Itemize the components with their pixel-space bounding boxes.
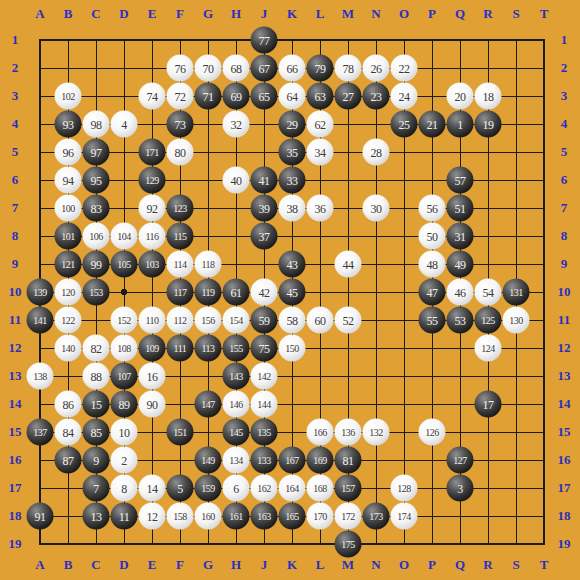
stone-white-132-N15: 132 (363, 419, 390, 446)
move-number: 113 (201, 343, 214, 353)
move-number: 109 (145, 343, 159, 353)
col-label-bottom-J: J (261, 557, 268, 573)
row-label-left-15: 15 (9, 424, 22, 440)
stone-black-37-J8: 37 (251, 223, 278, 250)
move-number: 164 (285, 483, 299, 493)
move-number: 144 (257, 399, 271, 409)
stone-white-62-L4: 62 (307, 111, 334, 138)
move-number: 112 (173, 315, 186, 325)
row-label-right-9: 9 (561, 256, 568, 272)
stone-white-86-B14: 86 (55, 391, 82, 418)
move-number: 30 (371, 202, 382, 214)
stone-black-59-J11: 59 (251, 307, 278, 334)
move-number: 93 (63, 118, 74, 130)
move-number: 2 (121, 454, 127, 466)
stone-white-100-B7: 100 (55, 195, 82, 222)
stone-black-55-P11: 55 (419, 307, 446, 334)
move-number: 22 (399, 62, 410, 74)
stone-white-44-M9: 44 (335, 251, 362, 278)
move-number: 62 (315, 118, 326, 130)
stone-black-43-K9: 43 (279, 251, 306, 278)
stone-white-174-O18: 174 (391, 503, 418, 530)
move-number: 90 (147, 398, 158, 410)
move-number: 159 (201, 483, 215, 493)
col-label-bottom-L: L (316, 557, 325, 573)
stone-black-65-J3: 65 (251, 83, 278, 110)
stone-black-119-G10: 119 (195, 279, 222, 306)
stone-black-15-C14: 15 (83, 391, 110, 418)
row-label-left-4: 4 (12, 116, 19, 132)
stone-black-93-B4: 93 (55, 111, 82, 138)
stone-white-90-E14: 90 (139, 391, 166, 418)
row-label-left-18: 18 (9, 508, 22, 524)
row-label-right-7: 7 (561, 200, 568, 216)
move-number: 145 (229, 427, 243, 437)
row-label-left-19: 19 (9, 536, 22, 552)
move-number: 4 (121, 118, 127, 130)
stone-white-158-F18: 158 (167, 503, 194, 530)
stone-white-126-P15: 126 (419, 419, 446, 446)
col-label-bottom-P: P (428, 557, 436, 573)
row-label-left-2: 2 (12, 60, 19, 76)
col-label-top-Q: Q (455, 6, 465, 22)
stone-black-73-F4: 73 (167, 111, 194, 138)
stone-white-156-G11: 156 (195, 307, 222, 334)
stone-black-111-F12: 111 (167, 335, 194, 362)
stone-white-50-P8: 50 (419, 223, 446, 250)
col-label-top-A: A (35, 6, 44, 22)
move-number: 115 (173, 231, 186, 241)
stone-black-131-S10: 131 (503, 279, 530, 306)
move-number: 63 (315, 90, 326, 102)
move-number: 92 (147, 202, 158, 214)
stone-white-6-H17: 6 (223, 475, 250, 502)
move-number: 111 (174, 343, 187, 353)
move-number: 64 (287, 90, 298, 102)
col-label-top-P: P (428, 6, 436, 22)
stone-black-145-H15: 145 (223, 419, 250, 446)
stone-white-140-B12: 140 (55, 335, 82, 362)
stone-white-108-D12: 108 (111, 335, 138, 362)
stone-black-23-N3: 23 (363, 83, 390, 110)
stone-black-13-C18: 13 (83, 503, 110, 530)
stone-black-143-H13: 143 (223, 363, 250, 390)
move-number: 53 (455, 314, 466, 326)
stone-white-142-J13: 142 (251, 363, 278, 390)
move-number: 152 (117, 315, 131, 325)
stone-black-115-F8: 115 (167, 223, 194, 250)
move-number: 7 (93, 482, 99, 494)
stone-black-17-R14: 17 (475, 391, 502, 418)
stone-black-167-K16: 167 (279, 447, 306, 474)
move-number: 76 (175, 62, 186, 74)
stone-black-155-H12: 155 (223, 335, 250, 362)
move-number: 131 (509, 287, 523, 297)
move-number: 17 (483, 398, 494, 410)
stone-white-68-H2: 68 (223, 55, 250, 82)
move-number: 24 (399, 90, 410, 102)
stone-black-149-G16: 149 (195, 447, 222, 474)
row-label-left-10: 10 (9, 284, 22, 300)
stone-black-9-C16: 9 (83, 447, 110, 474)
move-number: 5 (177, 482, 183, 494)
stone-black-77-J1: 77 (251, 27, 278, 54)
col-label-bottom-Q: Q (455, 557, 465, 573)
stone-black-121-B9: 121 (55, 251, 82, 278)
row-label-left-6: 6 (12, 172, 19, 188)
move-number: 103 (145, 259, 159, 269)
stone-black-1-Q4: 1 (447, 111, 474, 138)
move-number: 74 (147, 90, 158, 102)
move-number: 114 (173, 259, 186, 269)
row-label-right-6: 6 (561, 172, 568, 188)
stone-white-56-P7: 56 (419, 195, 446, 222)
go-board[interactable]: AABBCCDDEEFFGGHHJJKKLLMMNNOOPPQQRRSSTT11… (0, 0, 580, 580)
stone-white-166-L15: 166 (307, 419, 334, 446)
move-number: 59 (259, 314, 270, 326)
move-number: 39 (259, 202, 270, 214)
move-number: 13 (91, 510, 102, 522)
stone-black-105-D9: 105 (111, 251, 138, 278)
move-number: 38 (287, 202, 298, 214)
col-label-top-J: J (261, 6, 268, 22)
col-label-top-K: K (287, 6, 297, 22)
move-number: 37 (259, 230, 270, 242)
stone-white-98-C4: 98 (83, 111, 110, 138)
move-number: 54 (483, 286, 494, 298)
move-number: 56 (427, 202, 438, 214)
row-label-left-13: 13 (9, 368, 22, 384)
move-number: 23 (371, 90, 382, 102)
col-label-bottom-R: R (483, 557, 492, 573)
stone-black-103-E9: 103 (139, 251, 166, 278)
move-number: 97 (91, 146, 102, 158)
stone-black-165-K18: 165 (279, 503, 306, 530)
move-number: 57 (455, 174, 466, 186)
move-number: 67 (259, 62, 270, 74)
row-label-right-16: 16 (558, 452, 571, 468)
stone-white-92-E7: 92 (139, 195, 166, 222)
move-number: 55 (427, 314, 438, 326)
row-label-right-13: 13 (558, 368, 571, 384)
stone-black-81-M16: 81 (335, 447, 362, 474)
move-number: 174 (397, 511, 411, 521)
move-number: 160 (201, 511, 215, 521)
stone-black-75-J12: 75 (251, 335, 278, 362)
move-number: 72 (175, 90, 186, 102)
move-number: 81 (343, 454, 354, 466)
col-label-top-L: L (316, 6, 325, 22)
col-label-bottom-G: G (203, 557, 213, 573)
stone-black-31-Q8: 31 (447, 223, 474, 250)
stone-black-71-G3: 71 (195, 83, 222, 110)
row-label-left-8: 8 (12, 228, 19, 244)
stone-black-87-B16: 87 (55, 447, 82, 474)
stone-black-125-R11: 125 (475, 307, 502, 334)
move-number: 75 (259, 342, 270, 354)
move-number: 149 (201, 455, 215, 465)
move-number: 104 (117, 231, 131, 241)
move-number: 102 (61, 91, 75, 101)
move-number: 49 (455, 258, 466, 270)
move-number: 8 (121, 482, 127, 494)
stone-black-85-C15: 85 (83, 419, 110, 446)
move-number: 16 (147, 370, 158, 382)
stone-white-134-H16: 134 (223, 447, 250, 474)
stone-white-130-S11: 130 (503, 307, 530, 334)
stone-white-96-B5: 96 (55, 139, 82, 166)
move-number: 154 (229, 315, 243, 325)
stone-white-138-A13: 138 (27, 363, 54, 390)
move-number: 58 (287, 314, 298, 326)
move-number: 85 (91, 426, 102, 438)
stone-white-36-L7: 36 (307, 195, 334, 222)
stone-black-47-P10: 47 (419, 279, 446, 306)
move-number: 34 (315, 146, 326, 158)
row-label-right-8: 8 (561, 228, 568, 244)
stone-white-120-B10: 120 (55, 279, 82, 306)
move-number: 36 (315, 202, 326, 214)
stone-white-12-E18: 12 (139, 503, 166, 530)
row-label-left-12: 12 (9, 340, 22, 356)
move-number: 161 (229, 511, 243, 521)
move-number: 82 (91, 342, 102, 354)
move-number: 46 (455, 286, 466, 298)
move-number: 126 (425, 427, 439, 437)
row-label-left-5: 5 (12, 144, 19, 160)
stone-black-137-A15: 137 (27, 419, 54, 446)
move-number: 106 (89, 231, 103, 241)
stone-black-153-C10: 153 (83, 279, 110, 306)
move-number: 44 (343, 258, 354, 270)
move-number: 69 (231, 90, 242, 102)
stone-black-147-G14: 147 (195, 391, 222, 418)
stone-black-171-E5: 171 (139, 139, 166, 166)
stone-white-88-C13: 88 (83, 363, 110, 390)
stone-white-110-E11: 110 (139, 307, 166, 334)
move-number: 107 (117, 371, 131, 381)
col-label-top-S: S (512, 6, 519, 22)
stone-white-2-D16: 2 (111, 447, 138, 474)
stone-white-144-J14: 144 (251, 391, 278, 418)
move-number: 165 (285, 511, 299, 521)
stone-black-29-K4: 29 (279, 111, 306, 138)
stone-white-18-R3: 18 (475, 83, 502, 110)
move-number: 47 (427, 286, 438, 298)
stone-black-157-M17: 157 (335, 475, 362, 502)
move-number: 166 (313, 427, 327, 437)
move-number: 133 (257, 455, 271, 465)
move-number: 84 (63, 426, 74, 438)
move-number: 158 (173, 511, 187, 521)
move-number: 26 (371, 62, 382, 74)
stone-black-61-H10: 61 (223, 279, 250, 306)
move-number: 130 (509, 315, 523, 325)
move-number: 120 (61, 287, 75, 297)
move-number: 61 (231, 286, 242, 298)
star-point-D10 (121, 289, 127, 295)
stone-black-53-Q11: 53 (447, 307, 474, 334)
col-label-top-D: D (119, 6, 128, 22)
stone-black-129-E6: 129 (139, 167, 166, 194)
move-number: 73 (175, 118, 186, 130)
move-number: 101 (61, 231, 75, 241)
move-number: 9 (93, 454, 99, 466)
move-number: 20 (455, 90, 466, 102)
stone-black-7-C17: 7 (83, 475, 110, 502)
move-number: 173 (369, 511, 383, 521)
move-number: 138 (33, 371, 47, 381)
row-label-right-5: 5 (561, 144, 568, 160)
stone-white-150-K12: 150 (279, 335, 306, 362)
move-number: 31 (455, 230, 466, 242)
move-number: 50 (427, 230, 438, 242)
row-label-left-17: 17 (9, 480, 22, 496)
row-label-right-18: 18 (558, 508, 571, 524)
col-label-bottom-A: A (35, 557, 44, 573)
move-number: 45 (287, 286, 298, 298)
move-number: 52 (343, 314, 354, 326)
stone-black-141-A11: 141 (27, 307, 54, 334)
stone-white-146-H14: 146 (223, 391, 250, 418)
move-number: 25 (399, 118, 410, 130)
move-number: 42 (259, 286, 270, 298)
move-number: 70 (203, 62, 214, 74)
col-label-bottom-T: T (540, 557, 549, 573)
row-label-left-14: 14 (9, 396, 22, 412)
stone-white-60-L11: 60 (307, 307, 334, 334)
move-number: 151 (173, 427, 187, 437)
stone-white-22-O2: 22 (391, 55, 418, 82)
row-label-left-16: 16 (9, 452, 22, 468)
move-number: 153 (89, 287, 103, 297)
col-label-top-T: T (540, 6, 549, 22)
col-label-top-B: B (64, 6, 73, 22)
move-number: 169 (313, 455, 327, 465)
stone-white-8-D17: 8 (111, 475, 138, 502)
stone-black-79-L2: 79 (307, 55, 334, 82)
move-number: 132 (369, 427, 383, 437)
move-number: 147 (201, 399, 215, 409)
stone-black-101-B8: 101 (55, 223, 82, 250)
move-number: 51 (455, 202, 466, 214)
move-number: 94 (63, 174, 74, 186)
stone-white-46-Q10: 46 (447, 279, 474, 306)
stone-white-58-K11: 58 (279, 307, 306, 334)
move-number: 146 (229, 399, 243, 409)
stone-black-33-K6: 33 (279, 167, 306, 194)
move-number: 122 (61, 315, 75, 325)
move-number: 110 (145, 315, 158, 325)
stone-black-113-G12: 113 (195, 335, 222, 362)
stone-white-112-F11: 112 (167, 307, 194, 334)
stone-white-172-M18: 172 (335, 503, 362, 530)
stone-white-48-P9: 48 (419, 251, 446, 278)
move-number: 89 (119, 398, 130, 410)
stone-white-34-L5: 34 (307, 139, 334, 166)
stone-white-70-G2: 70 (195, 55, 222, 82)
move-number: 29 (287, 118, 298, 130)
move-number: 168 (313, 483, 327, 493)
stone-black-51-Q7: 51 (447, 195, 474, 222)
move-number: 1 (457, 118, 463, 130)
stone-white-118-G9: 118 (195, 251, 222, 278)
col-label-bottom-O: O (399, 557, 409, 573)
col-label-top-O: O (399, 6, 409, 22)
stone-white-28-N5: 28 (363, 139, 390, 166)
stone-black-169-L16: 169 (307, 447, 334, 474)
stone-white-78-M2: 78 (335, 55, 362, 82)
stone-white-152-D11: 152 (111, 307, 138, 334)
move-number: 162 (257, 483, 271, 493)
stone-white-128-O17: 128 (391, 475, 418, 502)
move-number: 137 (33, 427, 47, 437)
stone-white-42-J10: 42 (251, 279, 278, 306)
row-label-right-2: 2 (561, 60, 568, 76)
stone-white-170-L18: 170 (307, 503, 334, 530)
stone-black-3-Q17: 3 (447, 475, 474, 502)
row-label-left-7: 7 (12, 200, 19, 216)
col-label-bottom-H: H (231, 557, 241, 573)
stone-black-107-D13: 107 (111, 363, 138, 390)
stone-white-122-B11: 122 (55, 307, 82, 334)
move-number: 18 (483, 90, 494, 102)
row-label-left-3: 3 (12, 88, 19, 104)
move-number: 167 (285, 455, 299, 465)
stone-black-127-Q16: 127 (447, 447, 474, 474)
move-number: 123 (173, 203, 187, 213)
stone-black-67-J2: 67 (251, 55, 278, 82)
move-number: 40 (231, 174, 242, 186)
col-label-bottom-M: M (342, 557, 354, 573)
move-number: 136 (341, 427, 355, 437)
move-number: 48 (427, 258, 438, 270)
move-number: 127 (453, 455, 467, 465)
stone-black-35-K5: 35 (279, 139, 306, 166)
stone-white-24-O3: 24 (391, 83, 418, 110)
move-number: 157 (341, 483, 355, 493)
stone-black-117-F10: 117 (167, 279, 194, 306)
row-label-right-14: 14 (558, 396, 571, 412)
move-number: 14 (147, 482, 158, 494)
move-number: 41 (259, 174, 270, 186)
row-label-right-12: 12 (558, 340, 571, 356)
move-number: 6 (233, 482, 239, 494)
col-label-bottom-E: E (148, 557, 157, 573)
stone-white-30-N7: 30 (363, 195, 390, 222)
move-number: 134 (229, 455, 243, 465)
stone-white-102-B3: 102 (55, 83, 82, 110)
stone-white-40-H6: 40 (223, 167, 250, 194)
col-label-bottom-K: K (287, 557, 297, 573)
move-number: 71 (203, 90, 214, 102)
row-label-right-1: 1 (561, 32, 568, 48)
move-number: 141 (33, 315, 47, 325)
stone-white-54-R10: 54 (475, 279, 502, 306)
move-number: 156 (201, 315, 215, 325)
col-label-top-M: M (342, 6, 354, 22)
move-number: 170 (313, 511, 327, 521)
move-number: 139 (33, 287, 47, 297)
stone-black-49-Q9: 49 (447, 251, 474, 278)
move-number: 125 (481, 315, 495, 325)
move-number: 3 (457, 482, 463, 494)
stone-white-84-B15: 84 (55, 419, 82, 446)
move-number: 142 (257, 371, 271, 381)
move-number: 83 (91, 202, 102, 214)
move-number: 100 (61, 203, 75, 213)
stone-black-95-C6: 95 (83, 167, 110, 194)
